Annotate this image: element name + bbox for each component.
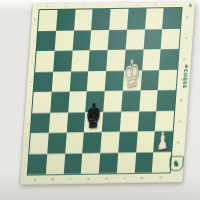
square-e5 [105, 70, 124, 91]
square-b3 [48, 112, 67, 133]
rank-label-right-7: 7 [180, 34, 193, 41]
square-c1 [63, 153, 82, 174]
file-label-bottom-g: g [140, 173, 146, 184]
square-f7 [125, 29, 144, 50]
square-f5: ♚ [122, 70, 141, 91]
square-g2 [136, 131, 155, 152]
rank-label-right-3: 3 [174, 117, 187, 124]
knight-shield-icon: ♞ [169, 156, 184, 171]
square-d4 [85, 91, 104, 112]
square-c4 [68, 91, 87, 112]
square-b7 [54, 30, 73, 51]
file-label-bottom-a: a [32, 174, 38, 185]
square-g5 [140, 70, 159, 91]
square-a7 [37, 30, 56, 51]
square-h7 [161, 28, 180, 49]
square-d6 [88, 50, 107, 71]
square-h8 [162, 8, 181, 29]
chess-board: ♚♚♟ abcdefgh abcdefgh 87654321 87654321 … [20, 2, 195, 185]
square-f3 [119, 111, 138, 132]
square-a1 [28, 154, 47, 175]
square-f8 [127, 8, 146, 29]
file-label-bottom-c: c [68, 174, 74, 185]
square-b8 [56, 10, 75, 31]
square-g8 [145, 8, 164, 29]
square-g1 [134, 152, 153, 173]
square-c6 [71, 50, 90, 71]
square-h6 [159, 49, 178, 70]
square-g6 [142, 49, 161, 70]
brand-logo: ♞CHESS [182, 63, 189, 89]
square-h5 [158, 70, 177, 91]
square-d1 [81, 153, 100, 174]
square-g3 [137, 111, 156, 132]
square-e7 [108, 29, 127, 50]
square-e1 [99, 152, 118, 173]
file-label-bottom-d: d [86, 173, 92, 184]
square-f6 [124, 50, 143, 71]
square-b6 [53, 51, 72, 72]
file-label-bottom-e: e [104, 173, 110, 184]
photo-background: ♚♚♟ abcdefgh abcdefgh 87654321 87654321 … [0, 0, 200, 200]
square-d2 [83, 132, 102, 153]
square-f2 [118, 132, 137, 153]
file-label-bottom-f: f [122, 173, 128, 184]
file-label-bottom-h: h [158, 172, 164, 183]
rank-label-right-2: 2 [172, 138, 185, 145]
square-b2 [47, 133, 66, 154]
square-e2 [100, 132, 119, 153]
square-h3 [155, 111, 174, 132]
square-h2: ♟ [154, 131, 173, 152]
square-c2 [65, 132, 84, 153]
white-pawn: ♟ [157, 128, 169, 154]
square-g7 [143, 29, 162, 50]
square-a6 [35, 51, 54, 72]
square-f4 [121, 91, 140, 112]
square-d7 [90, 30, 109, 51]
square-c8 [74, 9, 93, 30]
board-grid: ♚♚♟ [27, 7, 183, 175]
square-a3 [31, 113, 50, 134]
rank-label-right-8: 8 [181, 14, 194, 21]
file-label-bottom-b: b [50, 174, 56, 185]
square-b4 [50, 92, 69, 113]
square-d3: ♚ [84, 112, 103, 133]
square-a4 [32, 92, 51, 113]
square-f1 [117, 152, 136, 173]
square-a5 [34, 71, 53, 92]
square-e6 [106, 50, 125, 71]
square-d5 [87, 71, 106, 92]
square-g4 [139, 90, 158, 111]
square-c5 [69, 71, 88, 92]
square-c7 [72, 30, 91, 51]
square-a2 [29, 133, 48, 154]
square-h1 [152, 152, 171, 173]
square-d8 [91, 9, 110, 30]
square-b5 [51, 71, 70, 92]
square-c3 [66, 112, 85, 133]
square-e4 [103, 91, 122, 112]
rank-label-right-6: 6 [178, 55, 191, 62]
square-e8 [109, 9, 128, 30]
brand-text: CHESS [182, 69, 189, 89]
square-h4 [156, 90, 175, 111]
corner-ornament-icon: ♞ [188, 3, 193, 8]
square-b1 [46, 153, 65, 174]
square-e3 [102, 111, 121, 132]
square-a8 [38, 10, 57, 31]
rank-label-right-4: 4 [175, 97, 188, 104]
